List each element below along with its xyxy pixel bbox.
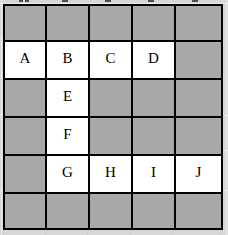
cell-r1c2-blocked[interactable] xyxy=(47,6,88,40)
cell-r2c5-blocked[interactable] xyxy=(176,42,221,78)
spreadsheet-gridline xyxy=(130,231,131,235)
cell-r3c1-blocked[interactable] xyxy=(5,80,45,116)
cell-r2c2-letter-B[interactable]: B xyxy=(47,42,88,78)
cell-r2c3-letter-C[interactable]: C xyxy=(90,42,131,78)
clipped-text-mark xyxy=(62,0,68,2)
cell-r5c4-letter-I[interactable]: I xyxy=(133,156,174,192)
spreadsheet-canvas: ABCDEFGHIJ xyxy=(0,0,228,235)
cell-r1c3-blocked[interactable] xyxy=(90,6,131,40)
cell-r6c4-blocked[interactable] xyxy=(133,194,174,228)
spreadsheet-gridline xyxy=(45,231,46,235)
cell-r6c2-blocked[interactable] xyxy=(47,194,88,228)
spreadsheet-gridline xyxy=(87,231,88,235)
cell-r4c4-blocked[interactable] xyxy=(133,118,174,154)
spreadsheet-gridline xyxy=(223,115,228,116)
puzzle-grid: ABCDEFGHIJ xyxy=(3,4,223,230)
cell-r2c1-letter-A[interactable]: A xyxy=(5,42,45,78)
clipped-text-mark xyxy=(19,0,23,2)
cell-r5c1-blocked[interactable] xyxy=(5,156,45,192)
clipped-text-mark xyxy=(105,0,111,2)
spreadsheet-gridline xyxy=(172,231,173,235)
cell-r6c1-blocked[interactable] xyxy=(5,194,45,228)
cell-r1c1-blocked[interactable] xyxy=(5,6,45,40)
cell-r4c1-blocked[interactable] xyxy=(5,118,45,154)
cell-r5c2-letter-G[interactable]: G xyxy=(47,156,88,192)
cell-r4c2-letter-F[interactable]: F xyxy=(47,118,88,154)
cell-r1c5-blocked[interactable] xyxy=(176,6,221,40)
cell-r1c4-blocked[interactable] xyxy=(133,6,174,40)
clipped-text-mark xyxy=(148,0,154,2)
cell-r3c3-blocked[interactable] xyxy=(90,80,131,116)
cell-r2c4-letter-D[interactable]: D xyxy=(133,42,174,78)
clipped-text-mark xyxy=(25,0,29,2)
cell-r4c3-blocked[interactable] xyxy=(90,118,131,154)
cell-r5c5-letter-J[interactable]: J xyxy=(176,156,221,192)
clipped-text-mark xyxy=(192,0,198,2)
spreadsheet-gridline xyxy=(226,0,227,235)
cell-r3c5-blocked[interactable] xyxy=(176,80,221,116)
spreadsheet-gridline xyxy=(223,190,228,191)
cell-r3c4-blocked[interactable] xyxy=(133,80,174,116)
cell-r6c3-blocked[interactable] xyxy=(90,194,131,228)
spreadsheet-gridline xyxy=(220,231,221,235)
cell-r6c5-blocked[interactable] xyxy=(176,194,221,228)
cell-r5c3-letter-H[interactable]: H xyxy=(90,156,131,192)
cell-r4c5-blocked[interactable] xyxy=(176,118,221,154)
cell-r3c2-letter-E[interactable]: E xyxy=(47,80,88,116)
spreadsheet-gridline xyxy=(3,231,4,235)
spreadsheet-gridline xyxy=(223,150,228,151)
spreadsheet-gridline xyxy=(1,0,2,235)
